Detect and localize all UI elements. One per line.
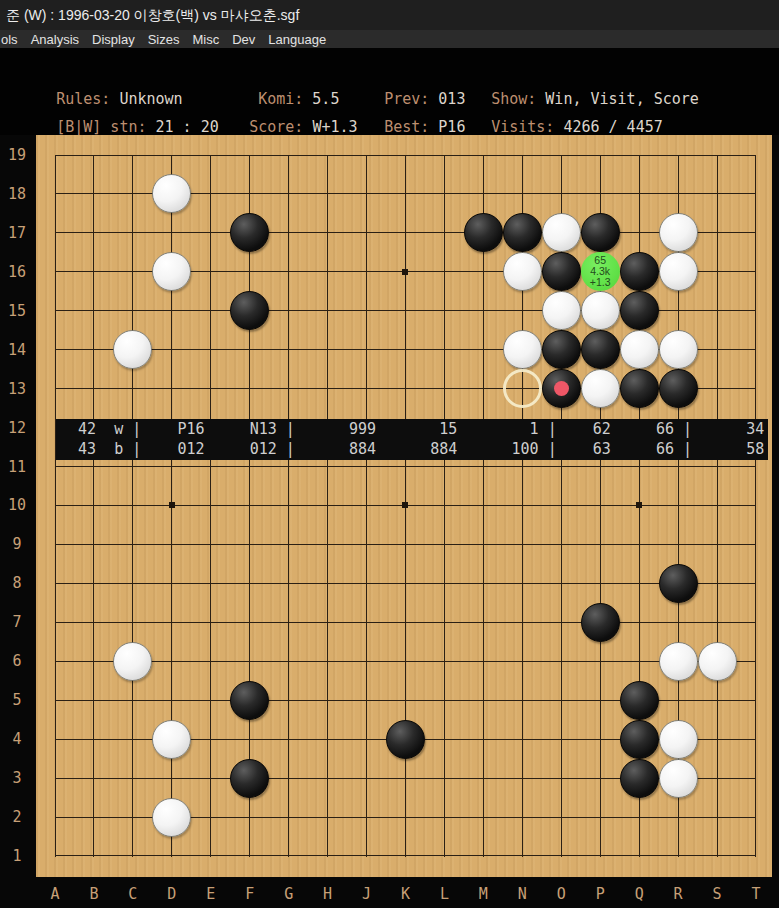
stone-black-O16 <box>542 252 581 291</box>
col-label-H: H <box>311 884 345 904</box>
col-label-K: K <box>388 884 422 904</box>
stone-white-D4 <box>152 720 191 759</box>
menu-item-tools[interactable]: ols <box>1 32 18 47</box>
menu-item-display[interactable]: Display <box>92 32 135 47</box>
row-label-9: 9 <box>0 534 34 554</box>
stone-black-Q15 <box>620 291 659 330</box>
col-label-D: D <box>155 884 189 904</box>
visits-value: 4266 / 4457 <box>563 118 662 136</box>
row-label-17: 17 <box>0 223 34 243</box>
window-titlebar[interactable]: 준 (W) : 1996-03-20 이창호(백) vs 마샤오춘.sgf <box>0 0 779 30</box>
stone-black-F3 <box>230 759 269 798</box>
row-label-13: 13 <box>0 379 34 399</box>
col-label-B: B <box>77 884 111 904</box>
info-panel: Rules:Unknown Komi:5.5 Prev:013 Show:Win… <box>0 48 779 135</box>
row-label-5: 5 <box>0 690 34 710</box>
candidate-stat-line: +1.3 <box>590 277 611 288</box>
col-label-A: A <box>38 884 72 904</box>
stone-black-Q4 <box>620 720 659 759</box>
stone-white-O17 <box>542 213 581 252</box>
score-label: Score: <box>249 118 303 136</box>
stone-black-Q5 <box>620 681 659 720</box>
row-label-11: 11 <box>0 457 34 477</box>
star-point-Q10 <box>636 502 642 508</box>
stone-white-N14 <box>503 330 542 369</box>
stone-white-N16 <box>503 252 542 291</box>
info-stone-count: [B|W] stn:21 : 20 <box>2 97 219 117</box>
stone-white-O15 <box>542 291 581 330</box>
candidate-move-marker[interactable]: 654.3k+1.3 <box>581 252 620 291</box>
star-point-K10 <box>402 502 408 508</box>
stone-white-R16 <box>659 252 698 291</box>
board-area: 42 w | P16 N13 | 999 15 1 | 62 66 | 34 4… <box>0 135 779 908</box>
grid-line-vertical <box>249 155 250 857</box>
stone-white-Q14 <box>620 330 659 369</box>
col-label-L: L <box>427 884 461 904</box>
stone-white-C6 <box>113 642 152 681</box>
grid-line-horizontal <box>55 622 757 623</box>
col-label-P: P <box>583 884 617 904</box>
grid-line-vertical <box>755 155 756 857</box>
row-label-18: 18 <box>0 184 34 204</box>
stone-white-D2 <box>152 798 191 837</box>
menu-item-misc[interactable]: Misc <box>192 32 219 47</box>
stone-black-P7 <box>581 603 620 642</box>
row-label-3: 3 <box>0 768 34 788</box>
stone-black-Q3 <box>620 759 659 798</box>
row-label-2: 2 <box>0 807 34 827</box>
col-label-O: O <box>544 884 578 904</box>
star-point-K16 <box>402 269 408 275</box>
star-point-D10 <box>169 502 175 508</box>
stone-white-R4 <box>659 720 698 759</box>
col-label-R: R <box>661 884 695 904</box>
stone-white-P13 <box>581 369 620 408</box>
stone-black-K4 <box>386 720 425 759</box>
row-label-8: 8 <box>0 573 34 593</box>
grid-line-horizontal <box>55 661 757 662</box>
analysis-table-row-black: 43 b | 012 012 | 884 884 100 | 63 66 | 5… <box>60 439 768 459</box>
row-label-14: 14 <box>0 340 34 360</box>
stone-black-Q16 <box>620 252 659 291</box>
stone-white-R3 <box>659 759 698 798</box>
row-label-4: 4 <box>0 729 34 749</box>
row-label-12: 12 <box>0 418 34 438</box>
stone-white-S6 <box>698 642 737 681</box>
stone-black-Q13 <box>620 369 659 408</box>
col-label-S: S <box>700 884 734 904</box>
grid-line-vertical <box>93 155 94 857</box>
menu-item-analysis[interactable]: Analysis <box>31 32 79 47</box>
stone-white-R17 <box>659 213 698 252</box>
stone-black-R13 <box>659 369 698 408</box>
row-label-10: 10 <box>0 495 34 515</box>
col-label-T: T <box>739 884 773 904</box>
col-label-E: E <box>194 884 228 904</box>
stone-black-P17 <box>581 213 620 252</box>
stone-black-N17 <box>503 213 542 252</box>
col-label-N: N <box>505 884 539 904</box>
analysis-table-row-white: 42 w | P16 N13 | 999 15 1 | 62 66 | 34 <box>60 419 768 439</box>
col-label-F: F <box>233 884 267 904</box>
best-label: Best: <box>384 118 429 136</box>
grid-line-vertical <box>483 155 484 857</box>
grid-line-vertical <box>717 155 718 857</box>
grid-line-horizontal <box>55 855 757 856</box>
grid-line-vertical <box>132 155 133 857</box>
grid-line-vertical <box>210 155 211 857</box>
grid-line-horizontal <box>55 544 757 545</box>
window-title: 준 (W) : 1996-03-20 이창호(백) vs 마샤오춘.sgf <box>6 7 299 23</box>
row-label-15: 15 <box>0 301 34 321</box>
info-komi: Komi:5.5 <box>204 69 339 89</box>
grid-line-vertical <box>55 155 56 857</box>
grid-line-horizontal <box>55 583 757 584</box>
col-label-G: G <box>272 884 306 904</box>
menu-item-language[interactable]: Language <box>268 32 326 47</box>
info-show: Show:Win, Visit, Score <box>437 69 699 89</box>
stone-black-F5 <box>230 681 269 720</box>
stone-white-R6 <box>659 642 698 681</box>
menu-bar: ols Analysis Display Sizes Misc Dev Lang… <box>0 30 779 48</box>
grid-line-vertical <box>366 155 367 857</box>
stone-black-O14 <box>542 330 581 369</box>
row-label-6: 6 <box>0 651 34 671</box>
stone-black-M17 <box>464 213 503 252</box>
menu-item-dev[interactable]: Dev <box>232 32 255 47</box>
col-label-M: M <box>466 884 500 904</box>
analysis-table: 42 w | P16 N13 | 999 15 1 | 62 66 | 34 4… <box>56 419 768 460</box>
last-move-marker <box>554 381 569 396</box>
info-visits: Visits:4266 / 4457 <box>437 97 663 117</box>
stone-white-R14 <box>659 330 698 369</box>
visits-label: Visits: <box>491 118 554 136</box>
menu-item-sizes[interactable]: Sizes <box>148 32 180 47</box>
grid-line-vertical <box>327 155 328 857</box>
info-rules: Rules:Unknown <box>2 69 183 89</box>
row-label-19: 19 <box>0 145 34 165</box>
app-window: 준 (W) : 1996-03-20 이창호(백) vs 마샤오춘.sgf ol… <box>0 0 779 908</box>
grid-line-vertical <box>444 155 445 857</box>
grid-line-vertical <box>288 155 289 857</box>
col-label-C: C <box>116 884 150 904</box>
stone-black-R8 <box>659 564 698 603</box>
col-label-Q: Q <box>622 884 656 904</box>
stone-white-P15 <box>581 291 620 330</box>
row-label-1: 1 <box>0 846 34 866</box>
stone-black-P14 <box>581 330 620 369</box>
col-label-J: J <box>350 884 384 904</box>
row-label-16: 16 <box>0 262 34 282</box>
previous-move-circle-marker <box>503 369 542 408</box>
stn-label: [B|W] stn: <box>56 118 146 136</box>
row-label-7: 7 <box>0 612 34 632</box>
